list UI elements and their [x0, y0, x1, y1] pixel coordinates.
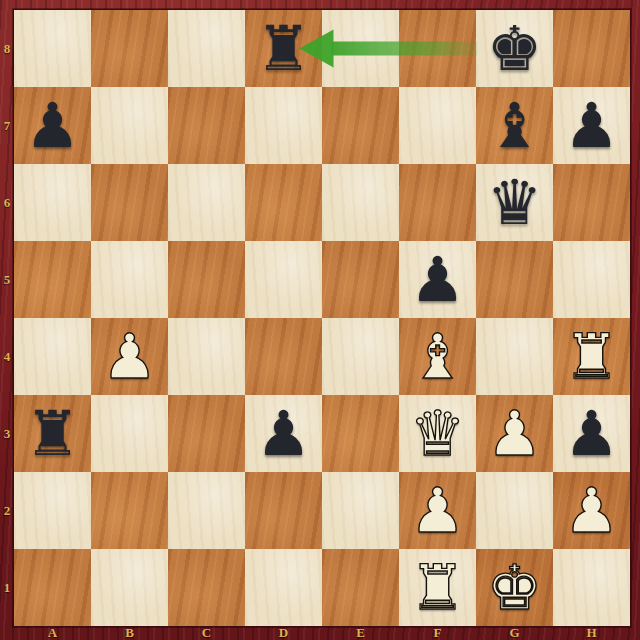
rank-label-6: 6: [0, 196, 14, 210]
file-label-a: A: [14, 626, 91, 640]
square-f8[interactable]: [399, 10, 476, 87]
square-b2[interactable]: [91, 472, 168, 549]
square-c3[interactable]: [168, 395, 245, 472]
square-h6[interactable]: [553, 164, 630, 241]
square-c2[interactable]: [168, 472, 245, 549]
square-a3[interactable]: ♜: [14, 395, 91, 472]
square-h8[interactable]: [553, 10, 630, 87]
square-d7[interactable]: [245, 87, 322, 164]
rank-label-8: 8: [0, 42, 14, 56]
piece-white-pawn[interactable]: ♟: [399, 472, 476, 549]
square-c7[interactable]: [168, 87, 245, 164]
square-h5[interactable]: [553, 241, 630, 318]
rank-label-7: 7: [0, 119, 14, 133]
square-d1[interactable]: [245, 549, 322, 626]
chessboard-frame: ♜♚♟♝♟♛♟♟♝♜♜♟♛♟♟♟♟♜♚ 87654321ABCDEFGH: [0, 0, 640, 640]
square-a6[interactable]: [14, 164, 91, 241]
chess-board: ♜♚♟♝♟♛♟♟♝♜♜♟♛♟♟♟♟♜♚: [14, 10, 630, 626]
square-d6[interactable]: [245, 164, 322, 241]
piece-black-pawn[interactable]: ♟: [553, 395, 630, 472]
piece-white-pawn[interactable]: ♟: [553, 472, 630, 549]
square-e3[interactable]: [322, 395, 399, 472]
square-e7[interactable]: [322, 87, 399, 164]
piece-white-rook[interactable]: ♜: [553, 318, 630, 395]
square-a1[interactable]: [14, 549, 91, 626]
piece-black-rook[interactable]: ♜: [245, 10, 322, 87]
square-b8[interactable]: [91, 10, 168, 87]
piece-black-pawn[interactable]: ♟: [399, 241, 476, 318]
square-a7[interactable]: ♟: [14, 87, 91, 164]
piece-black-queen[interactable]: ♛: [476, 164, 553, 241]
rank-label-5: 5: [0, 273, 14, 287]
square-d2[interactable]: [245, 472, 322, 549]
square-e2[interactable]: [322, 472, 399, 549]
square-f6[interactable]: [399, 164, 476, 241]
piece-black-pawn[interactable]: ♟: [553, 87, 630, 164]
piece-white-pawn[interactable]: ♟: [91, 318, 168, 395]
square-e4[interactable]: [322, 318, 399, 395]
square-c6[interactable]: [168, 164, 245, 241]
piece-black-pawn[interactable]: ♟: [14, 87, 91, 164]
piece-black-king[interactable]: ♚: [476, 10, 553, 87]
square-a4[interactable]: [14, 318, 91, 395]
file-label-d: D: [245, 626, 322, 640]
rank-label-1: 1: [0, 581, 14, 595]
rank-label-4: 4: [0, 350, 14, 364]
piece-white-rook[interactable]: ♜: [399, 549, 476, 626]
piece-black-pawn[interactable]: ♟: [245, 395, 322, 472]
file-label-c: C: [168, 626, 245, 640]
square-e6[interactable]: [322, 164, 399, 241]
square-g7[interactable]: ♝: [476, 87, 553, 164]
piece-white-king[interactable]: ♚: [476, 549, 553, 626]
square-f2[interactable]: ♟: [399, 472, 476, 549]
square-b1[interactable]: [91, 549, 168, 626]
square-c1[interactable]: [168, 549, 245, 626]
square-f1[interactable]: ♜: [399, 549, 476, 626]
square-d3[interactable]: ♟: [245, 395, 322, 472]
square-h3[interactable]: ♟: [553, 395, 630, 472]
square-e5[interactable]: [322, 241, 399, 318]
square-a5[interactable]: [14, 241, 91, 318]
square-g1[interactable]: ♚: [476, 549, 553, 626]
square-f7[interactable]: [399, 87, 476, 164]
piece-white-queen[interactable]: ♛: [399, 395, 476, 472]
square-b4[interactable]: ♟: [91, 318, 168, 395]
square-f4[interactable]: ♝: [399, 318, 476, 395]
square-b3[interactable]: [91, 395, 168, 472]
file-label-b: B: [91, 626, 168, 640]
square-h1[interactable]: [553, 549, 630, 626]
square-h7[interactable]: ♟: [553, 87, 630, 164]
file-label-f: F: [399, 626, 476, 640]
piece-black-rook[interactable]: ♜: [14, 395, 91, 472]
file-label-h: H: [553, 626, 630, 640]
square-h2[interactable]: ♟: [553, 472, 630, 549]
piece-black-bishop[interactable]: ♝: [476, 87, 553, 164]
square-b6[interactable]: [91, 164, 168, 241]
square-g4[interactable]: [476, 318, 553, 395]
square-c4[interactable]: [168, 318, 245, 395]
file-label-e: E: [322, 626, 399, 640]
piece-white-pawn[interactable]: ♟: [476, 395, 553, 472]
square-g2[interactable]: [476, 472, 553, 549]
square-f5[interactable]: ♟: [399, 241, 476, 318]
square-b7[interactable]: [91, 87, 168, 164]
square-b5[interactable]: [91, 241, 168, 318]
square-e1[interactable]: [322, 549, 399, 626]
square-d4[interactable]: [245, 318, 322, 395]
square-f3[interactable]: ♛: [399, 395, 476, 472]
rank-label-2: 2: [0, 504, 14, 518]
square-g5[interactable]: [476, 241, 553, 318]
square-g8[interactable]: ♚: [476, 10, 553, 87]
piece-white-bishop[interactable]: ♝: [399, 318, 476, 395]
square-g3[interactable]: ♟: [476, 395, 553, 472]
file-label-g: G: [476, 626, 553, 640]
square-a8[interactable]: [14, 10, 91, 87]
square-e8[interactable]: [322, 10, 399, 87]
square-d5[interactable]: [245, 241, 322, 318]
square-c5[interactable]: [168, 241, 245, 318]
rank-label-3: 3: [0, 427, 14, 441]
square-a2[interactable]: [14, 472, 91, 549]
square-g6[interactable]: ♛: [476, 164, 553, 241]
square-h4[interactable]: ♜: [553, 318, 630, 395]
square-c8[interactable]: [168, 10, 245, 87]
square-d8[interactable]: ♜: [245, 10, 322, 87]
